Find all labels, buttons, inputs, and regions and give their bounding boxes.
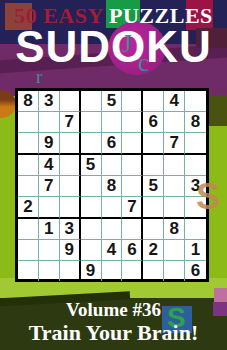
sudoku-cell-r1c1[interactable]: 8	[18, 91, 39, 112]
sudoku-cell-r9c1[interactable]	[18, 261, 39, 281]
sudoku-cell-r4c7[interactable]	[143, 155, 164, 176]
sudoku-cell-r6c1[interactable]: 2	[18, 197, 39, 219]
sudoku-cell-r7c5[interactable]	[102, 219, 123, 240]
sudoku-cell-r7c9[interactable]	[185, 219, 206, 240]
sudoku-cell-r4c9[interactable]	[185, 155, 206, 176]
sudoku-cell-r3c2[interactable]: 9	[39, 133, 60, 155]
sudoku-cell-r8c3[interactable]: 9	[60, 240, 81, 261]
volume-label: Volume #36	[0, 299, 227, 321]
sudoku-cell-r8c8[interactable]	[164, 240, 185, 261]
sudoku-cell-r9c9[interactable]: 6	[185, 261, 206, 281]
sudoku-cell-r1c6[interactable]	[122, 91, 143, 112]
sudoku-cell-r8c1[interactable]	[18, 240, 39, 261]
sudoku-cell-r6c6[interactable]: 7	[122, 197, 143, 219]
sudoku-cell-r2c5[interactable]	[102, 112, 123, 133]
sudoku-board: 8354768967457853271389462196	[15, 88, 209, 282]
sudoku-cell-r1c2[interactable]: 3	[39, 91, 60, 112]
sudoku-cell-r9c3[interactable]	[60, 261, 81, 281]
sudoku-cell-r8c4[interactable]	[81, 240, 102, 261]
decor-olive-block-right	[209, 95, 227, 128]
sudoku-cell-r5c8[interactable]	[164, 176, 185, 197]
sudoku-cell-r5c4[interactable]	[81, 176, 102, 197]
sudoku-cell-r7c1[interactable]	[18, 219, 39, 240]
sudoku-cell-r1c9[interactable]	[185, 91, 206, 112]
sudoku-cell-r4c1[interactable]	[18, 155, 39, 176]
sudoku-cell-r3c7[interactable]	[143, 133, 164, 155]
sudoku-cell-r9c7[interactable]	[143, 261, 164, 281]
sudoku-cell-r3c1[interactable]	[18, 133, 39, 155]
sudoku-cell-r8c9[interactable]: 1	[185, 240, 206, 261]
sudoku-cell-r6c3[interactable]	[60, 197, 81, 219]
sudoku-cell-r4c2[interactable]: 4	[39, 155, 60, 176]
sudoku-cell-r1c7[interactable]	[143, 91, 164, 112]
sudoku-cell-r9c4[interactable]: 9	[81, 261, 102, 281]
sudoku-cell-r9c5[interactable]	[102, 261, 123, 281]
sudoku-cell-r2c1[interactable]	[18, 112, 39, 133]
sudoku-cell-r3c6[interactable]	[122, 133, 143, 155]
sudoku-cell-r5c6[interactable]	[122, 176, 143, 197]
sudoku-cell-r7c6[interactable]	[122, 219, 143, 240]
sudoku-cell-r8c6[interactable]: 6	[122, 240, 143, 261]
sudoku-cell-r5c1[interactable]	[18, 176, 39, 197]
sudoku-cell-r8c7[interactable]: 2	[143, 240, 164, 261]
book-cover: 50 EASY PUZZLES SUDOKU J c r S S 8354768…	[0, 0, 227, 350]
sudoku-cell-r9c8[interactable]	[164, 261, 185, 281]
sudoku-cell-r8c2[interactable]	[39, 240, 60, 261]
sudoku-cell-r2c4[interactable]	[81, 112, 102, 133]
sudoku-cell-r5c7[interactable]: 5	[143, 176, 164, 197]
sudoku-cell-r3c3[interactable]	[60, 133, 81, 155]
sudoku-cell-r9c6[interactable]	[122, 261, 143, 281]
sudoku-cell-r2c7[interactable]: 6	[143, 112, 164, 133]
sudoku-cell-r5c5[interactable]: 8	[102, 176, 123, 197]
sudoku-cell-r4c3[interactable]	[60, 155, 81, 176]
sudoku-cell-r3c5[interactable]: 6	[102, 133, 123, 155]
sudoku-cell-r7c4[interactable]	[81, 219, 102, 240]
sudoku-cell-r1c5[interactable]: 5	[102, 91, 123, 112]
sudoku-cell-r5c3[interactable]	[60, 176, 81, 197]
main-title: SUDOKU	[0, 25, 227, 69]
sudoku-cell-r4c4[interactable]: 5	[81, 155, 102, 176]
sudoku-cell-r2c2[interactable]	[39, 112, 60, 133]
decor-letter-s-tan: S	[196, 176, 220, 218]
sudoku-cell-r6c5[interactable]	[102, 197, 123, 219]
sudoku-cell-r3c9[interactable]	[185, 133, 206, 155]
sudoku-cell-r6c4[interactable]	[81, 197, 102, 219]
sudoku-cell-r6c7[interactable]	[143, 197, 164, 219]
tagline: Train Your Brain!	[0, 320, 227, 346]
sudoku-cell-r5c2[interactable]: 7	[39, 176, 60, 197]
sudoku-cell-r1c3[interactable]	[60, 91, 81, 112]
sudoku-cell-r7c3[interactable]: 3	[60, 219, 81, 240]
sudoku-cell-r4c5[interactable]	[102, 155, 123, 176]
sudoku-cell-r2c6[interactable]	[122, 112, 143, 133]
sudoku-cell-r1c8[interactable]: 4	[164, 91, 185, 112]
sudoku-cell-r4c8[interactable]	[164, 155, 185, 176]
decor-lime-strip-left	[0, 96, 15, 282]
sudoku-cell-r1c4[interactable]	[81, 91, 102, 112]
sudoku-cell-r8c5[interactable]: 4	[102, 240, 123, 261]
sudoku-cell-r3c4[interactable]	[81, 133, 102, 155]
sudoku-cell-r6c8[interactable]	[164, 197, 185, 219]
sudoku-cell-r2c3[interactable]: 7	[60, 112, 81, 133]
sudoku-cell-r4c6[interactable]	[122, 155, 143, 176]
sudoku-cell-r9c2[interactable]	[39, 261, 60, 281]
sudoku-cell-r2c8[interactable]	[164, 112, 185, 133]
decor-letter-r: r	[36, 67, 42, 86]
sudoku-cell-r7c2[interactable]: 1	[39, 219, 60, 240]
sudoku-cell-r2c9[interactable]: 8	[185, 112, 206, 133]
sudoku-cell-r7c8[interactable]: 8	[164, 219, 185, 240]
sudoku-cell-r3c8[interactable]: 7	[164, 133, 185, 155]
sudoku-cell-r6c2[interactable]	[39, 197, 60, 219]
decor-letter-c: c	[138, 50, 149, 75]
decor-letter-j: J	[122, 31, 132, 56]
sudoku-cell-r7c7[interactable]	[143, 219, 164, 240]
